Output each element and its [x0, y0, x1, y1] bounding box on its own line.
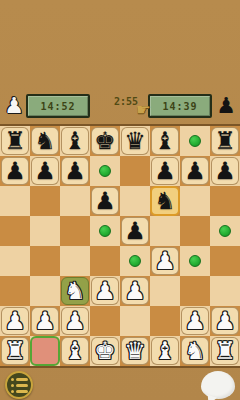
square-e4[interactable] [90, 246, 120, 276]
piece-tile: ♛ [121, 337, 149, 365]
square-f6[interactable] [60, 186, 90, 216]
square-g1[interactable] [30, 336, 60, 366]
square-d4[interactable] [120, 246, 150, 276]
piece-tile: ♟ [151, 157, 179, 185]
square-a7[interactable]: ♟ [210, 156, 240, 186]
square-h3[interactable] [0, 276, 30, 306]
square-a5[interactable] [210, 216, 240, 246]
square-b4[interactable] [180, 246, 210, 276]
square-e7[interactable] [90, 156, 120, 186]
bottom-bar [0, 368, 240, 400]
white-king-piece: ♚ [94, 338, 116, 364]
white-pawn-piece: ♟ [94, 278, 116, 304]
black-pawn-piece: ♟ [34, 158, 56, 184]
piece-tile: ♝ [151, 337, 179, 365]
square-a6[interactable] [210, 186, 240, 216]
square-d8[interactable]: ♛ [120, 126, 150, 156]
square-a3[interactable] [210, 276, 240, 306]
piece-tile: ♟ [1, 157, 29, 185]
piece-tile: ♟ [91, 187, 119, 215]
square-h6[interactable] [0, 186, 30, 216]
white-pawn-piece: ♟ [124, 278, 146, 304]
square-h8[interactable]: ♜ [0, 126, 30, 156]
square-f1[interactable]: ♝ [60, 336, 90, 366]
move-timer-area: 2:55 ☛ [90, 88, 148, 124]
piece-tile: ♟ [31, 307, 59, 335]
square-e2[interactable] [90, 306, 120, 336]
square-b2[interactable]: ♟ [180, 306, 210, 336]
square-b3[interactable] [180, 276, 210, 306]
piece-tile: ♜ [1, 337, 29, 365]
black-king-piece: ♚ [94, 128, 116, 154]
piece-tile: ♚ [91, 127, 119, 155]
square-c8[interactable]: ♝ [150, 126, 180, 156]
selected-square-tile: ♞ [150, 186, 180, 216]
square-f4[interactable] [60, 246, 90, 276]
white-queen-piece: ♛ [124, 338, 146, 364]
square-g7[interactable]: ♟ [30, 156, 60, 186]
white-pawn-piece: ♟ [64, 308, 86, 334]
piece-tile: ♚ [91, 337, 119, 365]
square-c2[interactable] [150, 306, 180, 336]
square-a4[interactable] [210, 246, 240, 276]
chess-app: ♟ 14:52 2:55 ☛ 14:39 ♟ ♜♞♝♚♛♝♜♟♟♟♟♟♟♟♞♟♟… [0, 0, 240, 400]
square-a8[interactable]: ♜ [210, 126, 240, 156]
menu-button[interactable] [5, 371, 33, 399]
square-e1[interactable]: ♚ [90, 336, 120, 366]
black-clock: 14:39 [148, 94, 212, 118]
piece-tile: ♟ [121, 217, 149, 245]
white-pawn-piece: ♟ [214, 308, 236, 334]
square-h4[interactable] [0, 246, 30, 276]
white-bishop-piece: ♝ [64, 338, 86, 364]
piece-tile: ♟ [211, 307, 239, 335]
square-e5[interactable] [90, 216, 120, 246]
square-c6[interactable]: ♞ [150, 186, 180, 216]
white-rook-piece: ♜ [4, 338, 26, 364]
white-clock: 14:52 [26, 94, 90, 118]
square-a2[interactable]: ♟ [210, 306, 240, 336]
piece-tile: ♟ [31, 157, 59, 185]
piece-tile: ♞ [31, 127, 59, 155]
white-pawn-piece: ♟ [34, 308, 56, 334]
black-pawn-piece: ♟ [214, 158, 236, 184]
square-d7[interactable] [120, 156, 150, 186]
piece-tile: ♟ [61, 307, 89, 335]
piece-tile: ♟ [91, 277, 119, 305]
piece-tile: ♟ [61, 157, 89, 185]
black-bishop-piece: ♝ [64, 128, 86, 154]
square-h7[interactable]: ♟ [0, 156, 30, 186]
square-d5[interactable]: ♟ [120, 216, 150, 246]
black-pawn-piece: ♟ [4, 158, 26, 184]
black-rook-piece: ♜ [214, 128, 236, 154]
square-e3[interactable]: ♟ [90, 276, 120, 306]
square-b8[interactable] [180, 126, 210, 156]
square-e8[interactable]: ♚ [90, 126, 120, 156]
black-queen-piece: ♛ [124, 128, 146, 154]
square-g3[interactable] [30, 276, 60, 306]
legal-move-dot[interactable] [219, 225, 231, 237]
piece-tile: ♜ [211, 337, 239, 365]
white-knight-piece: ♞ [64, 278, 86, 304]
piece-tile: ♝ [61, 337, 89, 365]
piece-tile: ♟ [181, 157, 209, 185]
black-rook-piece: ♜ [4, 128, 26, 154]
black-knight-piece: ♞ [154, 188, 176, 214]
square-d1[interactable]: ♛ [120, 336, 150, 366]
white-rook-piece: ♜ [214, 338, 236, 364]
square-f7[interactable]: ♟ [60, 156, 90, 186]
menu-line [11, 384, 31, 387]
white-player-pawn-icon: ♟ [4, 91, 24, 121]
black-clock-time: 14:39 [162, 101, 197, 112]
white-pawn-piece: ♟ [154, 248, 176, 274]
square-c7[interactable]: ♟ [150, 156, 180, 186]
square-b7[interactable]: ♟ [180, 156, 210, 186]
square-h5[interactable] [0, 216, 30, 246]
square-c4[interactable]: ♟ [150, 246, 180, 276]
piece-tile: ♜ [211, 127, 239, 155]
turn-indicator-hand-icon: ☛ [136, 100, 150, 119]
legal-move-dot[interactable] [129, 255, 141, 267]
top-spacer [0, 0, 240, 88]
square-g8[interactable]: ♞ [30, 126, 60, 156]
move-timer: 2:55 [114, 96, 138, 107]
square-h1[interactable]: ♜ [0, 336, 30, 366]
square-a1[interactable]: ♜ [210, 336, 240, 366]
black-pawn-piece: ♟ [64, 158, 86, 184]
square-g5[interactable] [30, 216, 60, 246]
square-b1[interactable]: ♞ [180, 336, 210, 366]
black-bishop-piece: ♝ [154, 128, 176, 154]
square-g4[interactable] [30, 246, 60, 276]
piece-tile: ♟ [121, 277, 149, 305]
piece-tile: ♟ [181, 307, 209, 335]
legal-move-dot[interactable] [99, 225, 111, 237]
piece-tile: ♞ [181, 337, 209, 365]
white-clock-time: 14:52 [40, 101, 75, 112]
piece-tile: ♜ [1, 127, 29, 155]
square-d3[interactable]: ♟ [120, 276, 150, 306]
piece-tile: ♟ [211, 157, 239, 185]
piece-tile: ♝ [151, 127, 179, 155]
square-h2[interactable]: ♟ [0, 306, 30, 336]
clock-row: ♟ 14:52 2:55 ☛ 14:39 ♟ [0, 88, 240, 124]
piece-tile: ♟ [1, 307, 29, 335]
menu-line [11, 378, 31, 381]
black-pawn-piece: ♟ [154, 158, 176, 184]
square-f8[interactable]: ♝ [60, 126, 90, 156]
legal-move-dot[interactable] [189, 135, 201, 147]
legal-move-dot[interactable] [99, 165, 111, 177]
black-pawn-piece: ♟ [94, 188, 116, 214]
black-knight-piece: ♞ [34, 128, 56, 154]
last-move-origin-marker [30, 336, 60, 366]
last-move-destination-tile: ♞ [61, 277, 89, 305]
black-pawn-piece: ♟ [124, 218, 146, 244]
square-f3[interactable]: ♞ [60, 276, 90, 306]
white-pawn-piece: ♟ [184, 308, 206, 334]
black-player-pawn-icon: ♟ [216, 91, 236, 121]
menu-line [11, 390, 31, 393]
chat-bubble-button[interactable] [201, 371, 235, 399]
square-b5[interactable] [180, 216, 210, 246]
white-knight-piece: ♞ [184, 338, 206, 364]
square-c5[interactable] [150, 216, 180, 246]
piece-tile: ♛ [121, 127, 149, 155]
square-c3[interactable] [150, 276, 180, 306]
white-pawn-piece: ♟ [4, 308, 26, 334]
board: ♜♞♝♚♛♝♜♟♟♟♟♟♟♟♞♟♟♞♟♟♟♟♟♟♟♜♝♚♛♝♞♜ [0, 124, 240, 368]
square-b6[interactable] [180, 186, 210, 216]
square-d2[interactable] [120, 306, 150, 336]
black-pawn-piece: ♟ [184, 158, 206, 184]
square-f2[interactable]: ♟ [60, 306, 90, 336]
square-g2[interactable]: ♟ [30, 306, 60, 336]
square-c1[interactable]: ♝ [150, 336, 180, 366]
square-g6[interactable] [30, 186, 60, 216]
square-d6[interactable] [120, 186, 150, 216]
square-e6[interactable]: ♟ [90, 186, 120, 216]
square-f5[interactable] [60, 216, 90, 246]
piece-tile: ♝ [61, 127, 89, 155]
legal-move-dot[interactable] [189, 255, 201, 267]
piece-tile: ♟ [151, 247, 179, 275]
white-bishop-piece: ♝ [154, 338, 176, 364]
